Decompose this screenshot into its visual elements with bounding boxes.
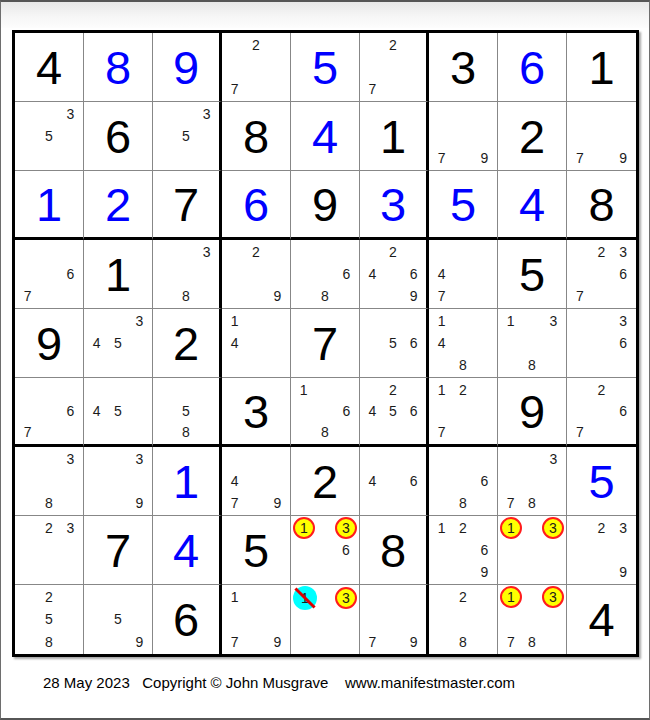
candidate-digit: 8 <box>45 634 53 650</box>
candidate-digit: 6 <box>342 266 350 282</box>
cell-r3c7[interactable]: 5 <box>429 171 498 240</box>
cell-r6c7[interactable]: 127 <box>429 378 498 447</box>
candidate-mark: 7 <box>569 285 591 307</box>
candidate-digit: 3 <box>66 106 74 122</box>
cell-r4c2[interactable]: 1 <box>84 240 153 309</box>
candidate-digit: 6 <box>410 403 418 419</box>
candidate-digit: 9 <box>273 288 281 304</box>
given-digit: 4 <box>15 33 83 101</box>
candidate-digit: 3 <box>203 244 211 260</box>
cell-r5c7[interactable]: 148 <box>429 309 498 378</box>
candidate-digit: 7 <box>231 81 239 97</box>
candidate-digit: 2 <box>389 37 397 53</box>
candidate-mark: 2 <box>452 379 473 400</box>
candidate-grid: 239 <box>567 516 636 584</box>
candidate-digit: 3 <box>549 313 557 329</box>
candidate-mark: 8 <box>176 285 197 307</box>
candidate-mark: 3 <box>612 241 634 263</box>
candidate-digit: 9 <box>480 564 488 580</box>
candidate-mark: 9 <box>474 147 495 169</box>
candidate-digit: 3 <box>619 244 627 260</box>
candidate-digit: 2 <box>252 37 260 53</box>
cell-r5c5[interactable]: 7 <box>291 309 360 378</box>
candidate-mark: 2 <box>452 517 473 539</box>
candidate-grid: 38 <box>15 447 83 515</box>
candidate-mark: 6 <box>474 539 495 561</box>
solved-digit: 8 <box>84 33 152 101</box>
candidate-digit: 3 <box>135 451 143 467</box>
candidate-mark: 3 <box>129 310 150 332</box>
candidate-mark: 7 <box>431 285 452 307</box>
candidate-digit: 2 <box>45 520 53 536</box>
candidate-mark: 6 <box>403 470 424 492</box>
candidate-mark: 9 <box>474 561 495 583</box>
candidate-mark: 7 <box>431 422 452 443</box>
cell-r3c4[interactable]: 6 <box>222 171 291 240</box>
cell-r7c7[interactable]: 68 <box>429 447 498 516</box>
given-digit: 4 <box>567 585 636 654</box>
cell-r1c9[interactable]: 1 <box>567 33 636 102</box>
cell-r9c3[interactable]: 6 <box>153 585 222 654</box>
cell-r2c9[interactable]: 79 <box>567 102 636 171</box>
candidate-digit: 9 <box>619 564 627 580</box>
candidate-digit: 8 <box>321 288 329 304</box>
candidate-digit: 6 <box>342 542 350 558</box>
candidate-digit: 3 <box>335 587 357 609</box>
candidate-grid: 58 <box>153 378 219 444</box>
cell-r7c5[interactable]: 2 <box>291 447 360 516</box>
candidate-digit: 9 <box>273 495 281 511</box>
candidate-digit: 5 <box>389 335 397 351</box>
candidate-digit: 2 <box>459 520 467 536</box>
candidate-mark: 9 <box>267 285 288 307</box>
cell-r2c5[interactable]: 4 <box>291 102 360 171</box>
candidate-grid: 28 <box>429 585 497 654</box>
candidate-mark: 9 <box>267 492 288 514</box>
cell-r4c4[interactable]: 29 <box>222 240 291 309</box>
cell-r7c3[interactable]: 1 <box>153 447 222 516</box>
cell-r6c8[interactable]: 9 <box>498 378 567 447</box>
candidate-mark: 4 <box>86 332 107 354</box>
candidate-mark: 5 <box>383 332 404 354</box>
candidate-mark: 3 <box>612 310 634 332</box>
candidate-mark: 8 <box>38 492 59 514</box>
cell-r7c9[interactable]: 5 <box>567 447 636 516</box>
candidate-mark: 2 <box>591 517 613 539</box>
candidate-mark: 4 <box>362 470 383 492</box>
candidate-mark: 9 <box>612 147 634 169</box>
cell-r2c7[interactable]: 79 <box>429 102 498 171</box>
candidate-digit: 7 <box>231 495 239 511</box>
cell-r2c2[interactable]: 6 <box>84 102 153 171</box>
candidate-grid: 36 <box>567 309 636 377</box>
candidate-mark: 8 <box>522 631 542 653</box>
candidate-grid: 13 <box>498 516 566 584</box>
cell-r5c2[interactable]: 345 <box>84 309 153 378</box>
cell-r2c3[interactable]: 35 <box>153 102 222 171</box>
candidate-digit: 4 <box>438 335 446 351</box>
candidate-mark: 8 <box>314 285 335 307</box>
candidate-digit: 2 <box>389 244 397 260</box>
candidate-grid: 267 <box>567 378 636 444</box>
candidate-mark: 7 <box>569 422 591 443</box>
cell-r2c6[interactable]: 1 <box>360 102 429 171</box>
candidate-digit: 4 <box>231 473 239 489</box>
candidate-digit: 7 <box>576 150 584 166</box>
cell-r2c8[interactable]: 2 <box>498 102 567 171</box>
candidate-digit: 3 <box>335 517 357 539</box>
cell-r1c3[interactable]: 9 <box>153 33 222 102</box>
cell-r1c7[interactable]: 3 <box>429 33 498 102</box>
candidate-mark: 7 <box>224 492 245 514</box>
cell-r2c4[interactable]: 8 <box>222 102 291 171</box>
cell-r9c7[interactable]: 28 <box>429 585 498 654</box>
candidate-digit: 8 <box>459 634 467 650</box>
cell-r4c1[interactable]: 67 <box>15 240 84 309</box>
cell-r9c1[interactable]: 258 <box>15 585 84 654</box>
page: 4892752736135635841792791276935486713829… <box>0 0 650 720</box>
cell-r5c4[interactable]: 14 <box>222 309 291 378</box>
candidate-mark: 6 <box>335 539 357 561</box>
candidate-mark: 6 <box>336 400 357 421</box>
cell-r7c4[interactable]: 479 <box>222 447 291 516</box>
candidate-mark: 3 <box>60 448 81 470</box>
cell-r5c8[interactable]: 138 <box>498 309 567 378</box>
cell-r3c6[interactable]: 3 <box>360 171 429 240</box>
candidate-grid: 68 <box>429 447 497 515</box>
candidate-mark: 2 <box>38 586 59 608</box>
cell-r9c9[interactable]: 4 <box>567 585 636 654</box>
candidate-mark: 6 <box>336 263 357 285</box>
candidate-mark: 3 <box>612 517 634 539</box>
candidate-digit: 9 <box>135 634 143 650</box>
candidate-digit: 3 <box>549 451 557 467</box>
candidate-digit: 7 <box>24 424 32 440</box>
candidate-digit: 7 <box>576 424 584 440</box>
candidate-digit: 9 <box>410 634 418 650</box>
candidate-mark: 6 <box>403 263 424 285</box>
candidate-mark: 9 <box>129 631 150 653</box>
candidate-mark: 4 <box>224 332 245 354</box>
candidate-digit: 1 <box>231 313 239 329</box>
cell-r2c1[interactable]: 35 <box>15 102 84 171</box>
candidate-digit: 9 <box>273 634 281 650</box>
candidate-grid: 179 <box>222 585 290 654</box>
candidate-grid: 35 <box>153 102 219 170</box>
candidate-grid: 68 <box>291 240 359 308</box>
candidate-digit: 6 <box>619 403 627 419</box>
candidate-digit: 4 <box>438 266 446 282</box>
cell-r3c5[interactable]: 9 <box>291 171 360 240</box>
eliminated-candidate: 1 <box>293 586 317 610</box>
candidate-mark: 5 <box>107 400 128 421</box>
candidate-mark: 5 <box>38 608 59 630</box>
candidate-digit: 9 <box>619 150 627 166</box>
cell-r6c1[interactable]: 67 <box>15 378 84 447</box>
candidate-grid: 2456 <box>360 378 426 444</box>
candidate-digit: 8 <box>459 495 467 511</box>
given-digit: 9 <box>498 378 566 444</box>
candidate-mark: 6 <box>403 332 424 354</box>
cell-r5c3[interactable]: 2 <box>153 309 222 378</box>
given-digit: 8 <box>567 171 636 237</box>
candidate-digit: 8 <box>45 495 53 511</box>
candidate-grid: 168 <box>291 378 359 444</box>
cell-r5c1[interactable]: 9 <box>15 309 84 378</box>
candidate-mark: 6 <box>60 400 81 421</box>
candidate-mark: 4 <box>431 332 452 354</box>
candidate-digit: 2 <box>459 589 467 605</box>
candidate-digit: 4 <box>93 403 101 419</box>
candidate-digit: 8 <box>459 357 467 373</box>
cell-r1c4[interactable]: 27 <box>222 33 291 102</box>
candidate-grid: 45 <box>84 378 152 444</box>
candidate-mark: 7 <box>362 78 383 100</box>
highlighted-candidate: 3 <box>335 586 357 610</box>
highlighted-candidate: 3 <box>335 517 357 539</box>
cell-r6c2[interactable]: 45 <box>84 378 153 447</box>
given-digit: 8 <box>360 516 426 584</box>
cell-r8c3[interactable]: 4 <box>153 516 222 585</box>
candidate-digit: 8 <box>182 424 190 440</box>
candidate-grid: 79 <box>429 102 497 170</box>
cell-r6c9[interactable]: 267 <box>567 378 636 447</box>
candidate-mark: 4 <box>224 470 245 492</box>
highlighted-candidate: 1 <box>293 517 315 539</box>
candidate-digit: 5 <box>114 335 122 351</box>
candidate-grid: 345 <box>84 309 152 377</box>
cell-r8c6[interactable]: 8 <box>360 516 429 585</box>
sudoku-grid: 4892752736135635841792791276935486713829… <box>12 30 639 657</box>
cell-r9c5[interactable]: 13 <box>291 585 360 654</box>
cell-r3c9[interactable]: 8 <box>567 171 636 240</box>
candidate-grid: 127 <box>429 378 497 444</box>
cell-r8c9[interactable]: 239 <box>567 516 636 585</box>
candidate-grid: 46 <box>360 447 426 515</box>
cell-r5c9[interactable]: 36 <box>567 309 636 378</box>
candidate-digit: 3 <box>66 451 74 467</box>
highlighted-candidate: 1 <box>500 517 522 539</box>
solved-digit: 4 <box>291 102 359 170</box>
cell-r3c8[interactable]: 4 <box>498 171 567 240</box>
cell-r6c5[interactable]: 168 <box>291 378 360 447</box>
cell-r7c1[interactable]: 38 <box>15 447 84 516</box>
candidate-digit: 3 <box>542 517 564 539</box>
candidate-grid: 23 <box>15 516 83 584</box>
candidate-digit: 2 <box>598 382 606 398</box>
candidate-mark: 8 <box>314 422 335 443</box>
candidate-digit: 7 <box>231 634 239 650</box>
given-digit: 7 <box>84 516 152 584</box>
solved-digit: 6 <box>222 171 290 237</box>
candidate-digit: 7 <box>507 495 515 511</box>
candidate-digit: 8 <box>528 495 536 511</box>
candidate-digit: 6 <box>480 473 488 489</box>
solved-digit: 3 <box>360 171 426 237</box>
candidate-mark: 5 <box>383 400 404 421</box>
cell-r3c1[interactable]: 1 <box>15 171 84 240</box>
candidate-digit: 6 <box>66 266 74 282</box>
candidate-mark: 6 <box>474 470 495 492</box>
candidate-grid: 56 <box>360 309 426 377</box>
cell-r4c7[interactable]: 47 <box>429 240 498 309</box>
cell-r8c5[interactable]: 136 <box>291 516 360 585</box>
candidate-digit: 7 <box>24 288 32 304</box>
candidate-digit: 3 <box>203 106 211 122</box>
cell-r4c3[interactable]: 38 <box>153 240 222 309</box>
candidate-digit: 1 <box>438 520 446 536</box>
candidate-digit: 5 <box>45 611 53 627</box>
candidate-digit: 5 <box>182 403 190 419</box>
solved-digit: 5 <box>567 447 636 515</box>
candidate-mark: 1 <box>500 310 521 332</box>
solved-digit: 9 <box>153 33 219 101</box>
cell-r1c2[interactable]: 8 <box>84 33 153 102</box>
cell-r7c2[interactable]: 39 <box>84 447 153 516</box>
candidate-grid: 479 <box>222 447 290 515</box>
candidate-grid: 138 <box>498 309 566 377</box>
cell-r6c3[interactable]: 58 <box>153 378 222 447</box>
candidate-mark: 2 <box>38 517 59 539</box>
cell-r8c2[interactable]: 7 <box>84 516 153 585</box>
cell-r6c4[interactable]: 3 <box>222 378 291 447</box>
candidate-mark: 3 <box>60 517 81 539</box>
given-digit: 5 <box>498 240 566 308</box>
cell-r4c9[interactable]: 2367 <box>567 240 636 309</box>
candidate-mark: 4 <box>362 400 383 421</box>
cell-r1c6[interactable]: 27 <box>360 33 429 102</box>
candidate-digit: 1 <box>300 382 308 398</box>
candidate-grid: 27 <box>360 33 426 101</box>
cell-r7c6[interactable]: 46 <box>360 447 429 516</box>
given-digit: 3 <box>222 378 290 444</box>
candidate-digit: 7 <box>438 424 446 440</box>
cell-r3c2[interactable]: 2 <box>84 171 153 240</box>
candidate-grid: 1378 <box>498 585 566 654</box>
cell-r6c6[interactable]: 2456 <box>360 378 429 447</box>
candidate-digit: 6 <box>66 403 74 419</box>
candidate-digit: 1 <box>500 586 522 608</box>
cell-r8c8[interactable]: 13 <box>498 516 567 585</box>
candidate-digit: 9 <box>410 288 418 304</box>
given-digit: 2 <box>291 447 359 515</box>
cell-r4c6[interactable]: 2469 <box>360 240 429 309</box>
candidate-grid: 67 <box>15 378 83 444</box>
highlighted-candidate: 3 <box>542 517 564 539</box>
cell-r8c4[interactable]: 5 <box>222 516 291 585</box>
candidate-digit: 5 <box>182 128 190 144</box>
candidate-digit: 5 <box>45 128 53 144</box>
candidate-mark: 1 <box>224 586 245 608</box>
candidate-mark: 2 <box>591 241 613 263</box>
candidate-grid: 378 <box>498 447 566 515</box>
cell-r9c6[interactable]: 79 <box>360 585 429 654</box>
candidate-digit: 8 <box>528 634 536 650</box>
given-digit: 6 <box>84 102 152 170</box>
candidate-grid: 38 <box>153 240 219 308</box>
cell-r4c8[interactable]: 5 <box>498 240 567 309</box>
candidate-digit: 9 <box>135 495 143 511</box>
candidate-digit: 2 <box>459 382 467 398</box>
candidate-mark: 8 <box>452 492 473 514</box>
candidate-mark: 7 <box>224 78 245 100</box>
candidate-digit: 1 <box>507 313 515 329</box>
candidate-digit: 6 <box>410 473 418 489</box>
solved-digit: 1 <box>153 447 219 515</box>
candidate-mark: 7 <box>500 631 522 653</box>
candidate-digit: 6 <box>410 266 418 282</box>
candidate-digit: 6 <box>619 266 627 282</box>
candidate-digit: 3 <box>135 313 143 329</box>
candidate-digit: 4 <box>368 473 376 489</box>
candidate-grid: 136 <box>291 516 359 584</box>
cell-r1c1[interactable]: 4 <box>15 33 84 102</box>
candidate-grid: 2469 <box>360 240 426 308</box>
cell-r5c6[interactable]: 56 <box>360 309 429 378</box>
candidate-mark: 7 <box>569 147 591 169</box>
given-digit: 5 <box>222 516 290 584</box>
cell-r8c1[interactable]: 23 <box>15 516 84 585</box>
given-digit: 9 <box>291 171 359 237</box>
candidate-mark: 4 <box>431 263 452 285</box>
candidate-grid: 67 <box>15 240 83 308</box>
candidate-mark: 5 <box>107 608 128 630</box>
candidate-digit: 1 <box>438 382 446 398</box>
cell-r7c8[interactable]: 378 <box>498 447 567 516</box>
cell-r4c5[interactable]: 68 <box>291 240 360 309</box>
candidate-digit: 4 <box>231 335 239 351</box>
solved-digit: 5 <box>291 33 359 101</box>
candidate-digit: 8 <box>321 424 329 440</box>
candidate-grid: 35 <box>15 102 83 170</box>
candidate-digit: 5 <box>389 403 397 419</box>
cell-r9c2[interactable]: 59 <box>84 585 153 654</box>
candidate-grid: 47 <box>429 240 497 308</box>
highlighted-candidate: 3 <box>542 586 564 608</box>
candidate-mark: 7 <box>431 147 452 169</box>
candidate-mark: 2 <box>383 241 404 263</box>
given-digit: 7 <box>291 309 359 377</box>
cell-r1c5[interactable]: 5 <box>291 33 360 102</box>
candidate-digit: 2 <box>45 589 53 605</box>
candidate-mark: 9 <box>267 631 288 653</box>
candidate-mark: 2 <box>591 379 613 400</box>
candidate-mark: 9 <box>403 285 424 307</box>
candidate-mark: 4 <box>86 400 107 421</box>
cell-r3c3[interactable]: 7 <box>153 171 222 240</box>
candidate-digit: 1 <box>438 313 446 329</box>
cell-r9c8[interactable]: 1378 <box>498 585 567 654</box>
candidate-digit: 7 <box>576 288 584 304</box>
candidate-digit: 3 <box>619 520 627 536</box>
candidate-mark: 6 <box>60 263 81 285</box>
candidate-mark: 6 <box>612 263 634 285</box>
given-digit: 7 <box>153 171 219 237</box>
candidate-mark: 1 <box>431 379 452 400</box>
cell-r8c7[interactable]: 1269 <box>429 516 498 585</box>
candidate-mark: 9 <box>612 561 634 583</box>
cell-r9c4[interactable]: 179 <box>222 585 291 654</box>
candidate-digit: 3 <box>619 313 627 329</box>
candidate-mark: 8 <box>521 492 542 514</box>
candidate-digit: 4 <box>368 403 376 419</box>
candidate-digit: 6 <box>619 335 627 351</box>
cell-r1c8[interactable]: 6 <box>498 33 567 102</box>
candidate-digit: 7 <box>438 288 446 304</box>
given-digit: 2 <box>153 309 219 377</box>
candidate-mark: 1 <box>431 517 452 539</box>
candidate-mark: 8 <box>38 631 59 653</box>
